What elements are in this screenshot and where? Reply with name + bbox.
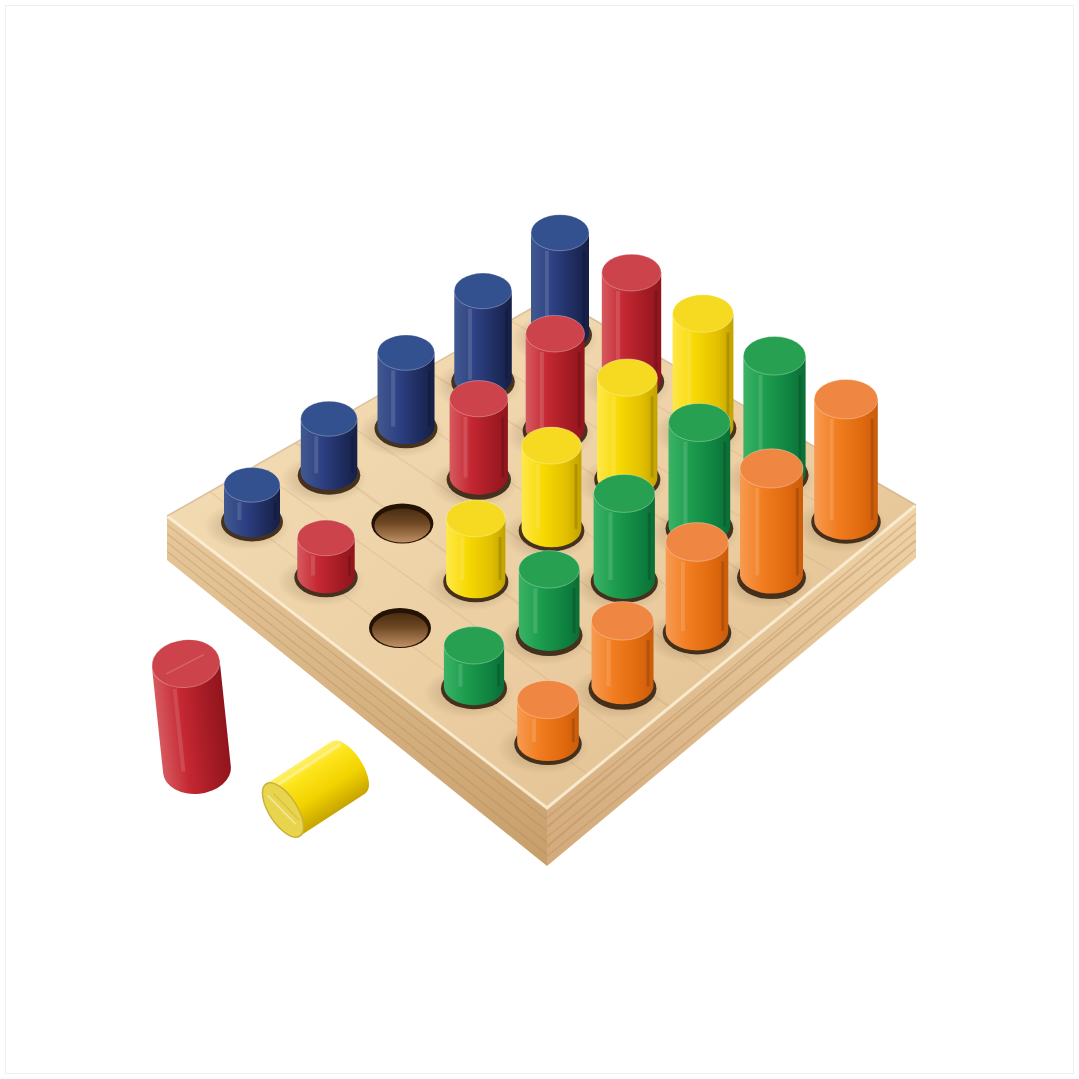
peg-orange-size5[interactable] — [814, 380, 878, 540]
hole-red-2-empty[interactable] — [371, 504, 433, 544]
peg-orange-size3[interactable] — [666, 523, 729, 651]
peg-yellow-size3[interactable] — [522, 427, 582, 547]
peg-green-size1[interactable] — [444, 627, 504, 706]
peg-blue-size2[interactable] — [301, 401, 358, 490]
hole-yellow-1-empty[interactable] — [369, 608, 431, 648]
peg-green-size3[interactable] — [594, 474, 655, 599]
peg-green-size2[interactable] — [519, 551, 580, 651]
peg-orange-size4[interactable] — [740, 449, 803, 594]
peg-red-size3[interactable] — [450, 381, 508, 495]
peg-blue-size3[interactable] — [378, 335, 435, 444]
peg-red-size1[interactable] — [297, 520, 354, 593]
loose-peg-red-size2[interactable] — [150, 636, 234, 797]
peg-yellow-size2[interactable] — [446, 500, 505, 598]
peg-blue-size1[interactable] — [224, 467, 280, 537]
peg-board-scene — [0, 0, 1079, 1079]
peg-orange-size2[interactable] — [591, 602, 653, 705]
peg-blue-size4[interactable] — [454, 273, 512, 396]
peg-orange-size1[interactable] — [517, 681, 579, 762]
loose-peg-yellow-size1[interactable] — [254, 734, 377, 844]
peg-board-photo — [0, 0, 1079, 1079]
